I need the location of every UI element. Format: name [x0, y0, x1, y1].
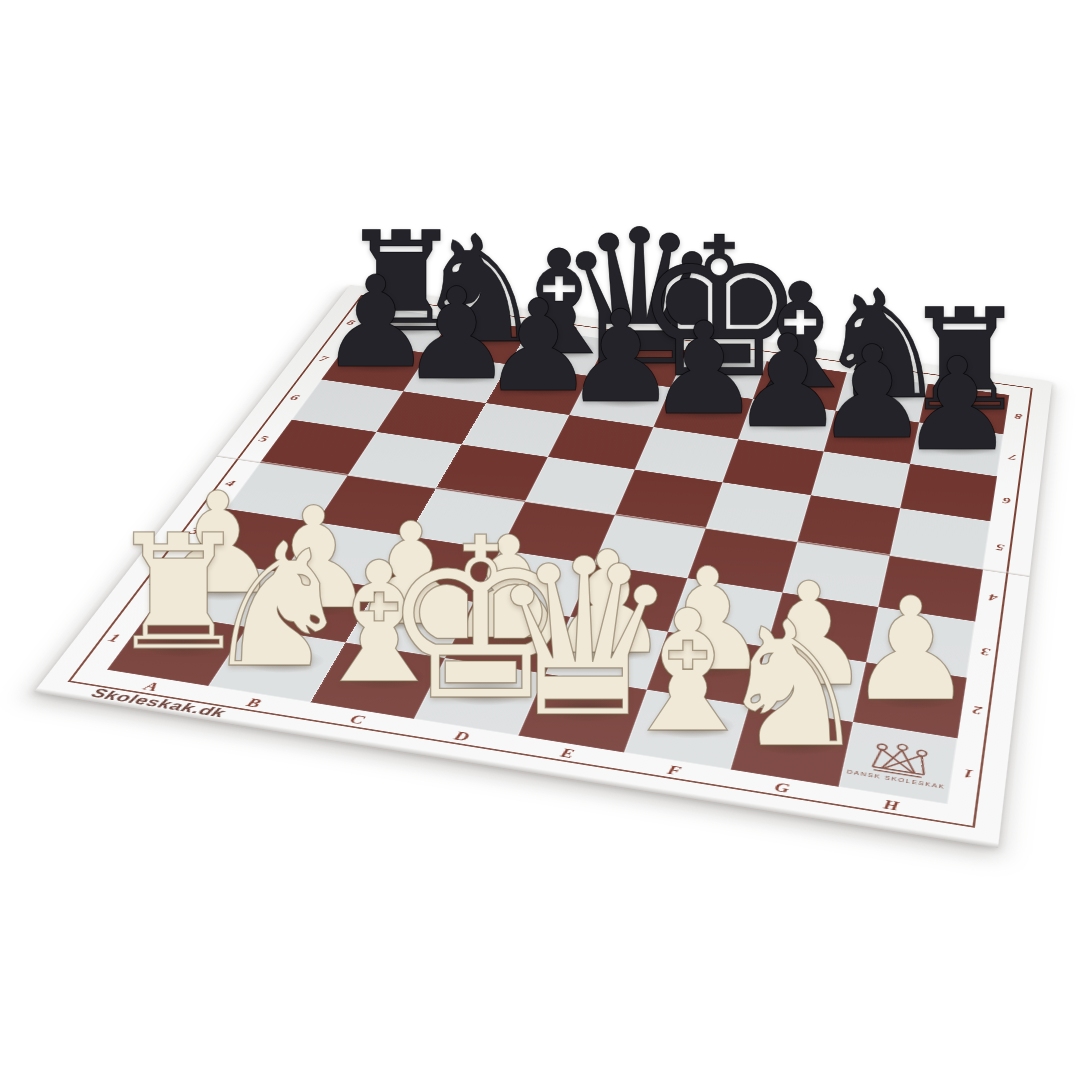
chess-piece-glyph: ♞: [715, 599, 871, 773]
rank-label-right-5: 5: [995, 542, 1005, 552]
rank-label-right-4: 4: [988, 592, 998, 603]
rank-label-right-1: 1: [963, 766, 974, 779]
photo-stage: DANSK SKOLESKAK Skoleskak.dk AABBCCDDEEF…: [0, 0, 1080, 1080]
rank-label-right-6: 6: [1002, 496, 1011, 505]
rank-label-left-5: 5: [257, 435, 270, 444]
chess-piece-glyph: ♟: [900, 341, 1015, 469]
rank-label-right-3: 3: [980, 646, 990, 657]
piece-black-pawn-h7[interactable]: ♟: [900, 341, 1015, 469]
file-label-bottom-h: H: [882, 798, 900, 813]
piece-white-knight-g1[interactable]: ♞: [715, 599, 871, 773]
rank-label-left-6: 6: [288, 393, 301, 401]
